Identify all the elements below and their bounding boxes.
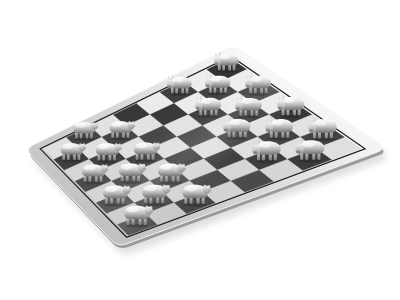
bear-figurine-graphic: [119, 201, 155, 228]
bull-horn-icon: [253, 139, 256, 144]
bull-piece[interactable]: [292, 136, 328, 163]
bull-piece[interactable]: [164, 73, 195, 96]
bull-horn-icon: [196, 96, 198, 101]
bear-figurine-graphic: [177, 180, 213, 207]
bull-piece[interactable]: [211, 50, 242, 73]
bull-figurine-graphic: [202, 72, 234, 96]
bear-piece[interactable]: [119, 201, 155, 228]
bull-figurine-graphic: [292, 136, 328, 163]
bear-figurine-graphic: [69, 118, 100, 141]
bull-figurine-graphic: [211, 50, 242, 73]
bull-horn-icon: [247, 74, 249, 79]
bull-figurine-graphic: [242, 72, 275, 96]
bull-piece[interactable]: [202, 72, 234, 96]
bull-horn-icon: [296, 139, 299, 144]
bull-horn-icon: [215, 52, 217, 57]
bull-figurine-graphic: [164, 73, 195, 96]
bull-horn-icon: [225, 118, 228, 123]
bull-figurine-graphic: [249, 137, 285, 164]
bull-piece[interactable]: [249, 137, 285, 164]
bear-piece[interactable]: [69, 118, 100, 141]
bull-piece[interactable]: [242, 72, 275, 96]
bull-horn-icon: [309, 117, 312, 122]
bull-horn-icon: [278, 96, 281, 101]
product-photo-checkers-set: [0, 0, 400, 300]
bull-horn-icon: [266, 117, 269, 122]
bear-piece[interactable]: [177, 180, 213, 207]
bull-horn-icon: [168, 75, 170, 80]
bull-horn-icon: [206, 74, 208, 79]
bull-horn-icon: [236, 96, 239, 101]
